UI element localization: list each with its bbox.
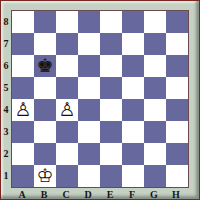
square-b7[interactable] bbox=[34, 33, 56, 55]
square-e1[interactable] bbox=[100, 165, 122, 187]
rank-label-6: 6 bbox=[1, 54, 11, 76]
rank-label-1: 1 bbox=[1, 164, 11, 186]
piece-black-king[interactable]: ♚ bbox=[36, 55, 53, 76]
file-label-b: B bbox=[33, 188, 55, 200]
file-label-f: F bbox=[121, 188, 143, 200]
square-d1[interactable] bbox=[78, 165, 100, 187]
square-b6[interactable]: ♚ bbox=[34, 55, 56, 77]
square-f3[interactable] bbox=[122, 121, 144, 143]
square-e7[interactable] bbox=[100, 33, 122, 55]
square-b3[interactable] bbox=[34, 121, 56, 143]
square-d3[interactable] bbox=[78, 121, 100, 143]
square-g6[interactable] bbox=[144, 55, 166, 77]
square-c4[interactable]: ♙ bbox=[56, 99, 78, 121]
square-f5[interactable] bbox=[122, 77, 144, 99]
square-b5[interactable] bbox=[34, 77, 56, 99]
square-d4[interactable] bbox=[78, 99, 100, 121]
file-label-g: G bbox=[143, 188, 165, 200]
square-e8[interactable] bbox=[100, 11, 122, 33]
square-a3[interactable] bbox=[12, 121, 34, 143]
square-a7[interactable] bbox=[12, 33, 34, 55]
square-e3[interactable] bbox=[100, 121, 122, 143]
square-b4[interactable] bbox=[34, 99, 56, 121]
square-h8[interactable] bbox=[166, 11, 188, 33]
square-c6[interactable] bbox=[56, 55, 78, 77]
square-c5[interactable] bbox=[56, 77, 78, 99]
file-label-h: H bbox=[165, 188, 187, 200]
rank-label-3: 3 bbox=[1, 120, 11, 142]
square-a8[interactable] bbox=[12, 11, 34, 33]
square-c2[interactable] bbox=[56, 143, 78, 165]
square-g7[interactable] bbox=[144, 33, 166, 55]
square-c8[interactable] bbox=[56, 11, 78, 33]
square-h3[interactable] bbox=[166, 121, 188, 143]
rank-label-4: 4 bbox=[1, 98, 11, 120]
square-g5[interactable] bbox=[144, 77, 166, 99]
square-h5[interactable] bbox=[166, 77, 188, 99]
square-f1[interactable] bbox=[122, 165, 144, 187]
piece-white-pawn[interactable]: ♙ bbox=[14, 99, 31, 120]
chess-board[interactable]: ♚♙♙♔ bbox=[11, 10, 189, 188]
square-a2[interactable] bbox=[12, 143, 34, 165]
square-h1[interactable] bbox=[166, 165, 188, 187]
square-c7[interactable] bbox=[56, 33, 78, 55]
square-g3[interactable] bbox=[144, 121, 166, 143]
file-labels: ABCDEFGH bbox=[11, 188, 189, 200]
file-label-c: C bbox=[55, 188, 77, 200]
file-label-d: D bbox=[77, 188, 99, 200]
square-c1[interactable] bbox=[56, 165, 78, 187]
square-a6[interactable] bbox=[12, 55, 34, 77]
square-g8[interactable] bbox=[144, 11, 166, 33]
square-f4[interactable] bbox=[122, 99, 144, 121]
rank-label-7: 7 bbox=[1, 32, 11, 54]
square-h4[interactable] bbox=[166, 99, 188, 121]
square-h2[interactable] bbox=[166, 143, 188, 165]
square-a5[interactable] bbox=[12, 77, 34, 99]
square-f2[interactable] bbox=[122, 143, 144, 165]
square-f7[interactable] bbox=[122, 33, 144, 55]
square-d2[interactable] bbox=[78, 143, 100, 165]
square-h6[interactable] bbox=[166, 55, 188, 77]
square-b8[interactable] bbox=[34, 11, 56, 33]
file-label-e: E bbox=[99, 188, 121, 200]
square-c3[interactable] bbox=[56, 121, 78, 143]
rank-label-8: 8 bbox=[1, 10, 11, 32]
square-f6[interactable] bbox=[122, 55, 144, 77]
piece-white-pawn[interactable]: ♙ bbox=[58, 99, 75, 120]
square-d7[interactable] bbox=[78, 33, 100, 55]
square-b2[interactable] bbox=[34, 143, 56, 165]
square-b1[interactable]: ♔ bbox=[34, 165, 56, 187]
square-e2[interactable] bbox=[100, 143, 122, 165]
square-g1[interactable] bbox=[144, 165, 166, 187]
file-label-a: A bbox=[11, 188, 33, 200]
square-e4[interactable] bbox=[100, 99, 122, 121]
square-g2[interactable] bbox=[144, 143, 166, 165]
square-h7[interactable] bbox=[166, 33, 188, 55]
square-d5[interactable] bbox=[78, 77, 100, 99]
square-a4[interactable]: ♙ bbox=[12, 99, 34, 121]
square-d6[interactable] bbox=[78, 55, 100, 77]
chess-diagram: 87654321 ♚♙♙♔ ABCDEFGH bbox=[0, 0, 200, 200]
piece-white-king[interactable]: ♔ bbox=[36, 165, 53, 186]
rank-label-2: 2 bbox=[1, 142, 11, 164]
square-d8[interactable] bbox=[78, 11, 100, 33]
rank-label-5: 5 bbox=[1, 76, 11, 98]
square-e5[interactable] bbox=[100, 77, 122, 99]
square-g4[interactable] bbox=[144, 99, 166, 121]
square-e6[interactable] bbox=[100, 55, 122, 77]
square-a1[interactable] bbox=[12, 165, 34, 187]
square-f8[interactable] bbox=[122, 11, 144, 33]
rank-labels: 87654321 bbox=[1, 10, 11, 188]
